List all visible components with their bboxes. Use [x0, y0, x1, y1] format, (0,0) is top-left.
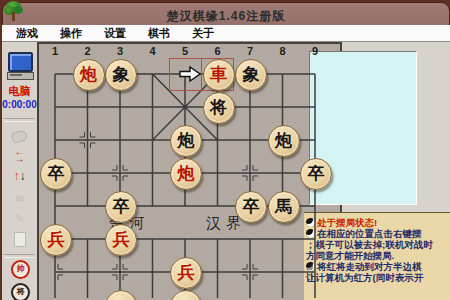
column-label-7: 7	[242, 45, 258, 57]
menu-item-1[interactable]: 游戏	[16, 26, 38, 41]
column-label-9: 9	[307, 45, 323, 57]
column-label-5: 5	[177, 45, 193, 57]
piece-red-兵[interactable]: 兵	[40, 224, 72, 256]
swap-arrows-icon[interactable]: ←→	[2, 148, 37, 162]
black-side-stamp-icon[interactable]: 将	[11, 283, 30, 300]
column-label-6: 6	[210, 45, 226, 57]
column-label-3: 3	[112, 45, 128, 57]
piece-red-兵[interactable]: 兵	[105, 224, 137, 256]
column-label-8: 8	[275, 45, 291, 57]
sound-wave-icon[interactable]: ≋	[2, 192, 37, 205]
game-timer: 0:00:00	[2, 99, 37, 110]
divider	[4, 254, 35, 258]
menu-item-5[interactable]: 关于	[192, 26, 214, 41]
app-tree-icon[interactable]	[4, 1, 24, 23]
piece-black-象[interactable]: 象	[105, 59, 137, 91]
app-window: 楚汉棋缘1.46注册版 游戏操作设置棋书关于 电脑 0:00:00 ←→ ↑↓ …	[0, 0, 450, 300]
menu-item-3[interactable]: 设置	[104, 26, 126, 41]
divider	[4, 118, 35, 122]
piece-red-炮[interactable]: 炮	[73, 59, 105, 91]
piece-black-炮[interactable]: 炮	[268, 125, 300, 157]
menu-item-4[interactable]: 棋书	[148, 26, 170, 41]
piece-red-車[interactable]: 車	[203, 59, 235, 91]
sidebar: 电脑 0:00:00 ←→ ↑↓ ≋ ✎ 帅 将	[2, 42, 37, 300]
title-bar[interactable]: 楚汉棋缘1.46注册版	[2, 2, 450, 27]
column-label-2: 2	[80, 45, 96, 57]
last-move-arrow-icon	[179, 66, 201, 82]
main-area: 电脑 0:00:00 ←→ ↑↓ ≋ ✎ 帅 将 楚河 汉界 123456789…	[2, 42, 450, 300]
pencil-icon[interactable]: ✎	[2, 212, 37, 225]
computer-icon[interactable]	[7, 52, 32, 80]
piece-black-炮[interactable]: 炮	[170, 125, 202, 157]
menu-item-2[interactable]: 操作	[60, 26, 82, 41]
piece-black-馬[interactable]: 馬	[268, 191, 300, 223]
hand-icon[interactable]	[2, 128, 37, 140]
piece-black-卒[interactable]: 卒	[40, 158, 72, 190]
xiangqi-board[interactable]: 楚河 汉界 123456789炮象車象将炮炮卒炮卒卒卒馬兵兵兵	[37, 42, 342, 300]
column-label-1: 1	[47, 45, 63, 57]
red-side-stamp-icon[interactable]: 帅	[11, 260, 30, 279]
piece-black-卒[interactable]: 卒	[235, 191, 267, 223]
piece-black-将[interactable]: 将	[203, 92, 235, 124]
piece-black-卒[interactable]: 卒	[105, 191, 137, 223]
player-label: 电脑	[2, 84, 37, 99]
up-down-arrows-icon[interactable]: ↑↓	[2, 170, 37, 182]
piece-black-卒[interactable]: 卒	[300, 158, 332, 190]
piece-black-象[interactable]: 象	[235, 59, 267, 91]
menu-bar: 游戏操作设置棋书关于	[2, 25, 450, 42]
piece-red-兵[interactable]: 兵	[170, 257, 202, 289]
page-icon[interactable]	[2, 232, 37, 251]
piece-red-炮[interactable]: 炮	[170, 158, 202, 190]
column-label-4: 4	[145, 45, 161, 57]
window-title: 楚汉棋缘1.46注册版	[3, 8, 449, 25]
